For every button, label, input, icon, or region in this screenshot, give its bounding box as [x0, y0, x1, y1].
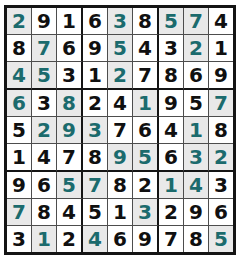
cell-r8c6[interactable]: 3	[133, 199, 159, 226]
cell-r4c1[interactable]: 6	[7, 90, 32, 117]
cell-r2c3[interactable]: 6	[57, 35, 83, 62]
cell-r6c4[interactable]: 8	[83, 144, 108, 172]
cell-r2c5[interactable]: 5	[108, 35, 133, 62]
cell-r9c3[interactable]: 2	[57, 226, 83, 252]
cell-r3c1[interactable]: 4	[7, 62, 32, 90]
cell-r7c9[interactable]: 3	[209, 172, 233, 199]
cell-r4c3[interactable]: 8	[57, 90, 83, 117]
cell-r3c5[interactable]: 2	[108, 62, 133, 90]
cell-r5c3[interactable]: 9	[57, 117, 83, 144]
cell-r9c4[interactable]: 4	[83, 226, 108, 252]
cell-r7c2[interactable]: 6	[32, 172, 57, 199]
cell-r2c7[interactable]: 3	[159, 35, 184, 62]
cell-r6c2[interactable]: 4	[32, 144, 57, 172]
cell-r4c2[interactable]: 3	[32, 90, 57, 117]
cell-r7c7[interactable]: 1	[159, 172, 184, 199]
cell-r2c9[interactable]: 1	[209, 35, 233, 62]
cell-r1c6[interactable]: 8	[133, 8, 159, 35]
cell-r3c2[interactable]: 5	[32, 62, 57, 90]
cell-r8c8[interactable]: 9	[184, 199, 209, 226]
cell-r1c1[interactable]: 2	[7, 8, 32, 35]
cell-r5c9[interactable]: 8	[209, 117, 233, 144]
cell-r3c3[interactable]: 3	[57, 62, 83, 90]
cell-r6c6[interactable]: 5	[133, 144, 159, 172]
page: 2916385748769543214531278696382419575293…	[0, 0, 240, 265]
cell-r7c5[interactable]: 8	[108, 172, 133, 199]
cell-r4c8[interactable]: 5	[184, 90, 209, 117]
cell-r6c9[interactable]: 2	[209, 144, 233, 172]
cell-r4c5[interactable]: 4	[108, 90, 133, 117]
cell-r4c7[interactable]: 9	[159, 90, 184, 117]
cell-r5c1[interactable]: 5	[7, 117, 32, 144]
cell-r1c8[interactable]: 7	[184, 8, 209, 35]
cell-r7c6[interactable]: 2	[133, 172, 159, 199]
cell-r7c3[interactable]: 5	[57, 172, 83, 199]
cell-r8c3[interactable]: 4	[57, 199, 83, 226]
cell-r1c4[interactable]: 6	[83, 8, 108, 35]
cell-r5c6[interactable]: 6	[133, 117, 159, 144]
cell-r1c2[interactable]: 9	[32, 8, 57, 35]
cell-r5c7[interactable]: 4	[159, 117, 184, 144]
cell-r2c6[interactable]: 4	[133, 35, 159, 62]
cell-r4c9[interactable]: 7	[209, 90, 233, 117]
cell-r8c2[interactable]: 8	[32, 199, 57, 226]
cell-r7c8[interactable]: 4	[184, 172, 209, 199]
sudoku-board: 2916385748769543214531278696382419575293…	[4, 5, 236, 255]
cell-r1c9[interactable]: 4	[209, 8, 233, 35]
cell-r6c5[interactable]: 9	[108, 144, 133, 172]
cell-r5c2[interactable]: 2	[32, 117, 57, 144]
cell-r3c7[interactable]: 8	[159, 62, 184, 90]
cell-r2c8[interactable]: 2	[184, 35, 209, 62]
cell-r6c3[interactable]: 7	[57, 144, 83, 172]
cell-r4c4[interactable]: 2	[83, 90, 108, 117]
cell-r9c5[interactable]: 6	[108, 226, 133, 252]
cell-r2c2[interactable]: 7	[32, 35, 57, 62]
cell-r6c1[interactable]: 1	[7, 144, 32, 172]
cell-r9c7[interactable]: 7	[159, 226, 184, 252]
cell-r8c7[interactable]: 2	[159, 199, 184, 226]
cell-r5c4[interactable]: 3	[83, 117, 108, 144]
cell-r1c7[interactable]: 5	[159, 8, 184, 35]
cell-r9c1[interactable]: 3	[7, 226, 32, 252]
cell-r3c6[interactable]: 7	[133, 62, 159, 90]
cell-r3c4[interactable]: 1	[83, 62, 108, 90]
cell-r1c3[interactable]: 1	[57, 8, 83, 35]
cell-r7c4[interactable]: 7	[83, 172, 108, 199]
cell-r5c8[interactable]: 1	[184, 117, 209, 144]
cell-r1c5[interactable]: 3	[108, 8, 133, 35]
cell-r5c5[interactable]: 7	[108, 117, 133, 144]
cell-r9c9[interactable]: 5	[209, 226, 233, 252]
cell-r7c1[interactable]: 9	[7, 172, 32, 199]
cell-r3c9[interactable]: 9	[209, 62, 233, 90]
cell-r4c6[interactable]: 1	[133, 90, 159, 117]
cell-r9c6[interactable]: 9	[133, 226, 159, 252]
cell-r2c4[interactable]: 9	[83, 35, 108, 62]
cell-r6c8[interactable]: 3	[184, 144, 209, 172]
cell-r9c8[interactable]: 8	[184, 226, 209, 252]
cell-r8c5[interactable]: 1	[108, 199, 133, 226]
cell-r8c4[interactable]: 5	[83, 199, 108, 226]
cell-r2c1[interactable]: 8	[7, 35, 32, 62]
cell-r8c9[interactable]: 6	[209, 199, 233, 226]
cell-r9c2[interactable]: 1	[32, 226, 57, 252]
cell-r6c7[interactable]: 6	[159, 144, 184, 172]
cell-r3c8[interactable]: 6	[184, 62, 209, 90]
cell-r8c1[interactable]: 7	[7, 199, 32, 226]
